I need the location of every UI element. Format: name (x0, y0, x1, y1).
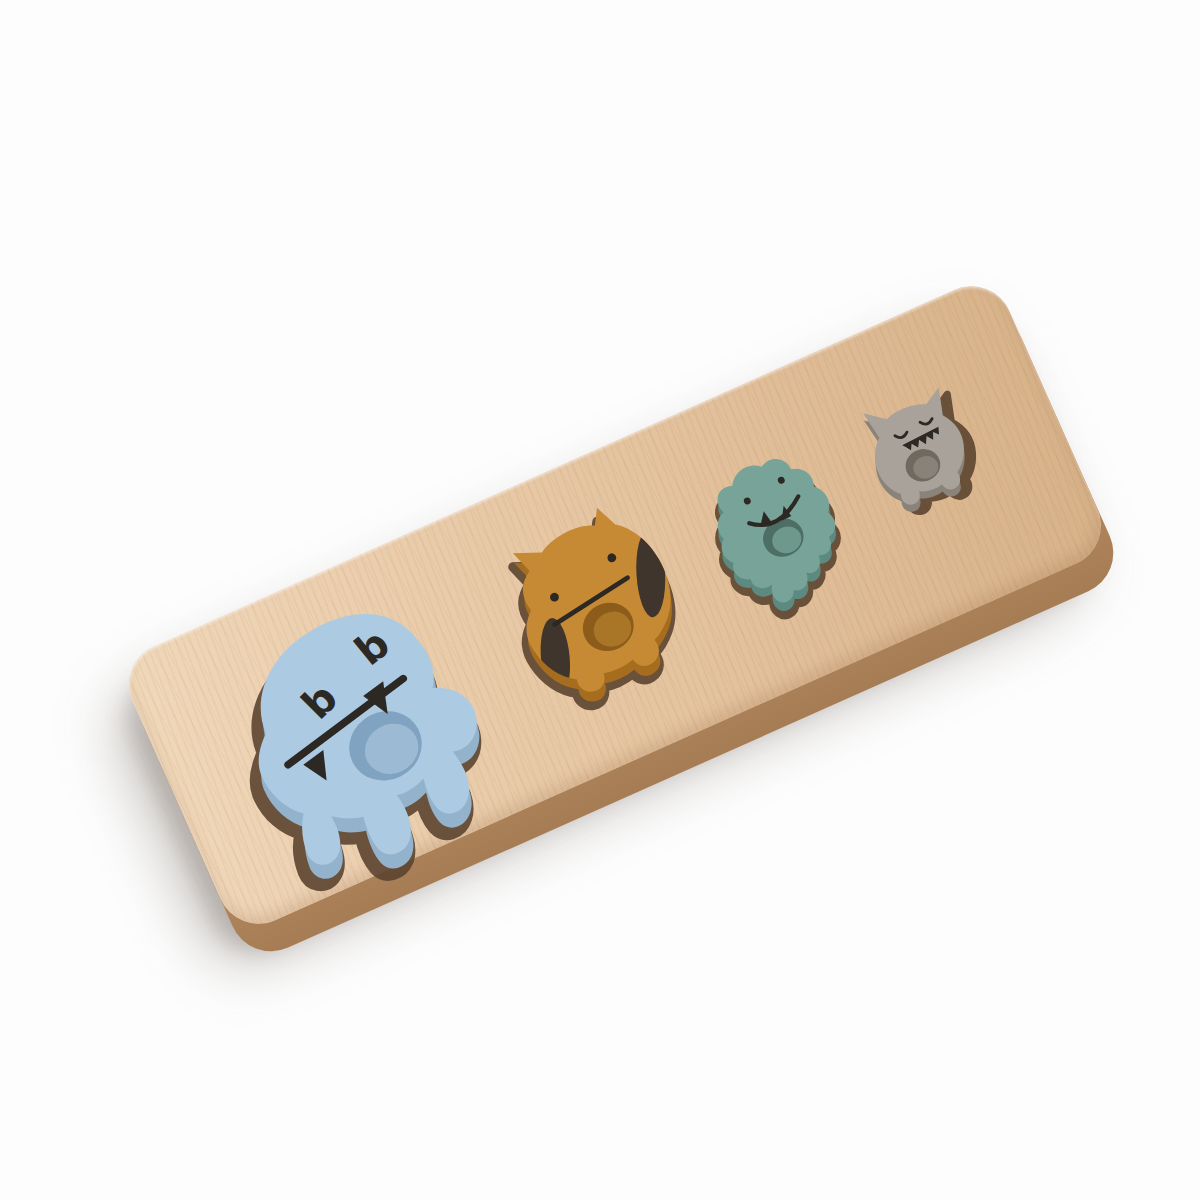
product-photo-scene: b b (0, 0, 1200, 1200)
slot-row: b b (115, 273, 1114, 938)
puzzle-board: b b (115, 273, 1114, 938)
